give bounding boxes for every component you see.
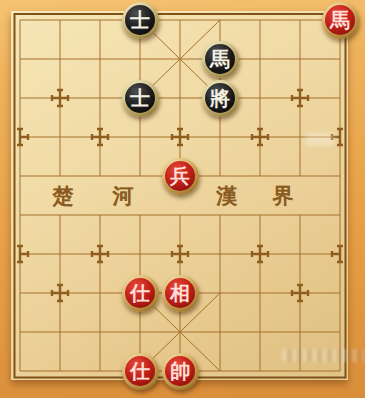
piece-glyph: 兵 xyxy=(170,166,190,186)
piece-red-horse[interactable]: 馬 xyxy=(322,2,359,39)
piece-red-general[interactable]: 帥 xyxy=(162,353,199,390)
piece-glyph: 將 xyxy=(210,88,230,108)
piece-glyph: 相 xyxy=(170,283,190,303)
piece-glyph: 士 xyxy=(130,10,150,30)
piece-black-horse[interactable]: 馬 xyxy=(202,41,239,78)
game-screen: 楚 河 漢 界 士馬馬士將兵仕相仕帥 xyxy=(0,0,365,398)
piece-glyph: 馬 xyxy=(330,10,350,30)
piece-glyph: 仕 xyxy=(130,361,150,381)
watermark-smudge xyxy=(282,349,364,362)
piece-red-soldier[interactable]: 兵 xyxy=(162,158,199,195)
piece-black-general[interactable]: 將 xyxy=(202,80,239,117)
piece-glyph: 帥 xyxy=(170,361,190,381)
piece-red-elephant[interactable]: 相 xyxy=(162,275,199,312)
piece-red-advisor-a[interactable]: 仕 xyxy=(122,275,159,312)
piece-glyph: 士 xyxy=(130,88,150,108)
pieces-layer: 士馬馬士將兵仕相仕帥 xyxy=(0,1,360,391)
piece-red-advisor-b[interactable]: 仕 xyxy=(122,353,159,390)
piece-black-advisor-b[interactable]: 士 xyxy=(122,80,159,117)
piece-glyph: 馬 xyxy=(210,49,230,69)
piece-black-advisor-a[interactable]: 士 xyxy=(122,2,159,39)
watermark-smudge xyxy=(305,133,335,146)
piece-glyph: 仕 xyxy=(130,283,150,303)
